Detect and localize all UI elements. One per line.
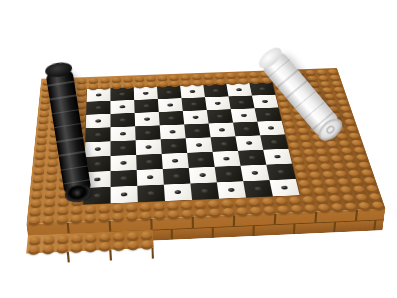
- tile-stud-icon: [120, 161, 126, 165]
- tile-stud-icon: [175, 190, 182, 194]
- rail-stud-icon: [56, 215, 67, 222]
- rail-stud-icon: [38, 117, 48, 123]
- tile-stud-icon: [238, 101, 244, 104]
- tile-stud-icon: [120, 105, 126, 108]
- board-square[interactable]: [164, 183, 192, 200]
- rail-stud-icon: [331, 81, 341, 86]
- tile-stud-icon: [171, 144, 177, 148]
- rail-stud-icon: [305, 70, 315, 75]
- rail-stud-icon: [208, 208, 219, 215]
- step-stud-icon: [113, 232, 124, 239]
- rail-stud-icon: [248, 198, 260, 205]
- tile-stud-icon: [221, 142, 227, 146]
- rail-stud-icon: [47, 159, 57, 165]
- rail-stud-icon: [297, 179, 309, 186]
- tile-stud-icon: [219, 128, 225, 131]
- rail-stud-icon: [317, 203, 329, 210]
- tile-stud-icon: [94, 177, 100, 181]
- board-square[interactable]: [203, 84, 228, 97]
- rail-stud-icon: [353, 147, 365, 153]
- rail-stud-icon: [84, 213, 95, 220]
- rail-stud-icon: [98, 213, 109, 220]
- rail-stud-icon: [100, 83, 109, 88]
- tile-stud-icon: [254, 187, 261, 191]
- tile-stud-icon: [172, 159, 178, 163]
- tile-stud-icon: [215, 102, 221, 105]
- rail-stud-icon: [285, 128, 296, 134]
- rail-stud-icon: [154, 210, 165, 217]
- step-stud-icon: [28, 245, 40, 253]
- board-square[interactable]: [135, 112, 160, 126]
- tile-stud-icon: [147, 175, 153, 179]
- rail-stud-icon: [40, 104, 50, 109]
- board-square[interactable]: [205, 96, 231, 110]
- rail-stud-icon: [276, 205, 288, 212]
- black-stack-stud-icon: [73, 190, 83, 198]
- tile-stud-icon: [217, 115, 223, 118]
- rail-stud-icon: [294, 164, 305, 170]
- rail-stud-icon: [167, 210, 178, 217]
- rail-stud-icon: [288, 196, 300, 203]
- checkerboard: [83, 82, 299, 204]
- rail-stud-icon: [261, 197, 273, 204]
- tile-stud-icon: [170, 130, 176, 133]
- rail-stud-icon: [46, 166, 57, 172]
- board-square[interactable]: [207, 109, 233, 123]
- rail-stud-icon: [180, 201, 191, 208]
- rail-stud-icon: [77, 84, 86, 89]
- rail-stud-icon: [339, 105, 350, 110]
- rail-stud-icon: [357, 202, 369, 209]
- rail-stud-icon: [85, 205, 96, 212]
- board-square[interactable]: [85, 127, 110, 142]
- rail-stud-icon: [309, 171, 321, 177]
- rail-stud-icon: [371, 201, 384, 208]
- tile-stud-icon: [96, 93, 101, 96]
- board-square[interactable]: [159, 111, 184, 125]
- rail-stud-icon: [28, 216, 39, 223]
- rail-stud-icon: [180, 74, 189, 79]
- rail-stud-icon: [77, 78, 86, 83]
- rail-stud-icon: [288, 142, 299, 148]
- tile-stud-icon: [146, 160, 152, 164]
- rail-stud-icon: [319, 163, 331, 169]
- rail-stud-icon: [328, 148, 339, 154]
- board-square[interactable]: [111, 186, 138, 204]
- board-square[interactable]: [228, 96, 254, 110]
- tile-stud-icon: [173, 174, 179, 178]
- rail-stud-icon: [222, 207, 234, 214]
- rail-stud-icon: [71, 206, 82, 213]
- rail-stud-icon: [313, 187, 325, 194]
- board-square[interactable]: [163, 168, 191, 185]
- board-square[interactable]: [270, 179, 300, 196]
- rail-stud-icon: [355, 154, 367, 160]
- board-square[interactable]: [233, 122, 260, 137]
- board-square[interactable]: [111, 155, 137, 171]
- rail-stud-icon: [45, 182, 56, 189]
- rail-stud-icon: [112, 77, 121, 82]
- rail-stud-icon: [248, 72, 258, 77]
- rail-stud-icon: [146, 75, 155, 80]
- tile-stud-icon: [120, 118, 126, 121]
- board-square[interactable]: [86, 114, 111, 128]
- rail-stud-icon: [237, 72, 247, 77]
- tile-stud-icon: [201, 189, 208, 193]
- rail-stud-icon: [343, 154, 355, 160]
- step-stud-icon: [127, 231, 138, 238]
- rail-stud-icon: [238, 78, 248, 83]
- rail-stud-icon: [169, 75, 178, 80]
- tile-stud-icon: [259, 87, 265, 90]
- rail-stud-icon: [112, 83, 121, 88]
- tile-stud-icon: [119, 93, 124, 96]
- step-stud-icon: [85, 242, 96, 250]
- tile-stud-icon: [166, 91, 172, 94]
- rail-stud-icon: [301, 196, 313, 203]
- board-square[interactable]: [181, 97, 206, 111]
- rail-stud-icon: [332, 162, 344, 168]
- board-square[interactable]: [235, 135, 263, 150]
- step-stud-icon: [99, 242, 110, 250]
- tile-stud-icon: [198, 158, 204, 162]
- rail-stud-icon: [89, 77, 98, 82]
- rail-stud-icon: [326, 186, 338, 193]
- rail-stud-icon: [181, 80, 190, 85]
- tile-stud-icon: [274, 155, 281, 159]
- tile-stud-icon: [252, 171, 259, 175]
- white-stack-stud-icon: [325, 124, 336, 135]
- board-square[interactable]: [134, 87, 158, 100]
- rail-stud-icon: [341, 194, 353, 201]
- tile-stud-icon: [144, 104, 150, 107]
- rail-stud-icon: [32, 183, 43, 190]
- rail-stud-icon: [112, 212, 123, 219]
- rail-stud-icon: [326, 140, 337, 146]
- step-stud-icon: [43, 235, 54, 242]
- board-square[interactable]: [110, 87, 134, 100]
- board-square[interactable]: [211, 136, 238, 151]
- tile-stud-icon: [243, 127, 249, 130]
- tile-stud-icon: [146, 145, 152, 149]
- board-square[interactable]: [110, 113, 135, 127]
- rail-stud-icon: [337, 178, 349, 185]
- rail-stud-icon: [44, 198, 55, 205]
- step-stud-icon: [71, 234, 82, 241]
- board-square[interactable]: [180, 85, 205, 98]
- rail-stud-icon: [341, 112, 352, 117]
- rail-stud-icon: [126, 212, 137, 219]
- board-square[interactable]: [136, 154, 163, 170]
- rail-stud-icon: [250, 78, 260, 83]
- rail-stud-icon: [303, 204, 315, 211]
- rail-stud-icon: [282, 114, 293, 119]
- tile-stud-icon: [281, 186, 288, 190]
- rail-stud-icon: [350, 139, 361, 145]
- board-square[interactable]: [189, 167, 217, 184]
- rail-stud-icon: [327, 69, 337, 74]
- tile-stud-icon: [120, 146, 126, 150]
- rail-stud-icon: [34, 159, 45, 165]
- rail-stud-icon: [249, 206, 261, 213]
- board-square[interactable]: [137, 169, 164, 186]
- board-square[interactable]: [158, 98, 183, 112]
- rail-stud-icon: [221, 199, 232, 206]
- board-square[interactable]: [135, 125, 161, 140]
- step-stud-icon: [141, 240, 152, 247]
- rail-stud-icon: [100, 77, 109, 82]
- rail-stud-icon: [146, 81, 155, 86]
- board-square[interactable]: [249, 82, 275, 95]
- tile-stud-icon: [277, 170, 284, 174]
- tile-stud-icon: [145, 131, 151, 134]
- rail-stud-icon: [315, 195, 327, 202]
- scene: [0, 0, 397, 298]
- tile-stud-icon: [95, 133, 101, 136]
- board-square[interactable]: [190, 182, 219, 199]
- rail-stud-icon: [33, 167, 44, 173]
- step-stud-icon: [56, 243, 67, 251]
- tile-stud-icon: [121, 176, 127, 180]
- rail-stud-icon: [275, 197, 287, 204]
- board-square[interactable]: [217, 181, 246, 198]
- rail-stud-icon: [278, 101, 288, 106]
- tile-stud-icon: [268, 126, 274, 129]
- rail-stud-icon: [290, 149, 301, 155]
- rail-stud-icon: [352, 185, 364, 192]
- rail-stud-icon: [292, 156, 303, 162]
- tile-stud-icon: [226, 172, 233, 176]
- tile-stud-icon: [167, 103, 173, 106]
- board-square[interactable]: [213, 151, 241, 167]
- board-square[interactable]: [162, 153, 189, 169]
- rail-stud-icon: [303, 149, 314, 155]
- rail-stud-icon: [181, 209, 192, 216]
- rail-stud-icon: [123, 76, 132, 81]
- tile-stud-icon: [236, 88, 242, 91]
- rail-stud-icon: [33, 175, 44, 181]
- board-square[interactable]: [85, 141, 111, 157]
- rail-stud-icon: [311, 179, 323, 186]
- rail-stud-icon: [324, 178, 336, 185]
- board-square[interactable]: [184, 123, 210, 138]
- rail-stud-icon: [112, 204, 123, 211]
- rail-stud-icon: [363, 177, 375, 184]
- rail-stud-icon: [280, 108, 290, 113]
- step-stud-icon: [85, 233, 96, 240]
- rail-stud-icon: [234, 199, 245, 206]
- rail-stud-icon: [296, 172, 308, 178]
- board-square[interactable]: [252, 95, 278, 109]
- rail-stud-icon: [207, 200, 218, 207]
- tile-stud-icon: [95, 119, 101, 122]
- rail-stud-icon: [337, 99, 348, 104]
- rail-stud-icon: [335, 93, 346, 98]
- rail-stud-icon: [318, 75, 328, 80]
- board-square[interactable]: [137, 185, 165, 203]
- tile-stud-icon: [121, 192, 127, 196]
- rail-stud-icon: [226, 72, 236, 77]
- board-square[interactable]: [238, 150, 266, 166]
- board-square[interactable]: [257, 121, 285, 136]
- rail-stud-icon: [344, 202, 356, 209]
- rail-stud-icon: [236, 207, 248, 214]
- tile-stud-icon: [271, 140, 278, 144]
- rail-stud-icon: [29, 207, 40, 214]
- rail-stud-icon: [76, 96, 85, 101]
- board-square[interactable]: [260, 134, 288, 149]
- rail-stud-icon: [126, 203, 137, 210]
- board-square[interactable]: [134, 99, 159, 113]
- board-square[interactable]: [86, 101, 110, 115]
- rail-stud-icon: [316, 69, 326, 74]
- board-square[interactable]: [243, 180, 273, 197]
- rail-stud-icon: [48, 151, 58, 157]
- tile-stud-icon: [144, 117, 150, 120]
- rail-stud-icon: [195, 209, 206, 216]
- tile-stud-icon: [193, 116, 199, 119]
- rail-stud-icon: [157, 75, 166, 80]
- rail-stud-icon: [158, 81, 167, 86]
- board-square[interactable]: [110, 100, 134, 114]
- rail-stud-icon: [169, 80, 178, 85]
- rail-stud-icon: [348, 132, 359, 138]
- rail-stud-icon: [329, 75, 339, 80]
- step-stud-icon: [29, 236, 40, 243]
- board-square[interactable]: [215, 166, 244, 183]
- rail-stud-icon: [347, 169, 359, 175]
- rail-stud-icon: [37, 131, 47, 137]
- board-square[interactable]: [136, 139, 162, 155]
- rail-stud-icon: [44, 190, 55, 197]
- rail-stud-icon: [306, 75, 316, 80]
- rail-stud-icon: [345, 162, 357, 168]
- tile-stud-icon: [213, 89, 219, 92]
- tile-stud-icon: [241, 114, 247, 117]
- rail-stud-icon: [123, 82, 132, 87]
- tile-stud-icon: [120, 132, 126, 135]
- rail-stud-icon: [368, 193, 380, 200]
- tile-stud-icon: [249, 156, 256, 160]
- rail-stud-icon: [192, 74, 201, 79]
- step-stud-icon: [99, 233, 110, 240]
- board-square[interactable]: [241, 165, 270, 182]
- rail-stud-icon: [301, 141, 312, 147]
- board-square[interactable]: [110, 126, 135, 141]
- board-square[interactable]: [161, 138, 187, 153]
- tile-stud-icon: [228, 188, 235, 192]
- rail-stud-icon: [39, 110, 49, 115]
- rail-stud-icon: [338, 140, 349, 146]
- rail-stud-icon: [355, 193, 367, 200]
- rail-stud-icon: [287, 135, 298, 141]
- step-stud-icon: [113, 241, 124, 248]
- rail-stud-icon: [344, 119, 355, 125]
- step-stud-icon: [127, 240, 138, 247]
- board-square[interactable]: [187, 152, 214, 168]
- tile-stud-icon: [96, 106, 102, 109]
- tile-stud-icon: [95, 147, 101, 151]
- step-stud-icon: [42, 244, 53, 252]
- board-square[interactable]: [111, 140, 137, 156]
- board-square[interactable]: [186, 137, 213, 152]
- rail-stud-icon: [57, 206, 68, 213]
- rail-stud-icon: [192, 80, 201, 85]
- rail-stud-icon: [290, 205, 302, 212]
- rail-stud-icon: [321, 87, 331, 92]
- rail-stud-icon: [320, 81, 330, 86]
- step-stud-icon: [71, 243, 82, 251]
- rail-stud-icon: [215, 79, 225, 84]
- board-square[interactable]: [157, 86, 181, 99]
- tile-stud-icon: [199, 173, 205, 177]
- tile-stud-icon: [168, 117, 174, 120]
- rail-stud-icon: [358, 161, 370, 167]
- rail-stud-icon: [328, 194, 340, 201]
- rail-stud-icon: [70, 214, 81, 221]
- board-square[interactable]: [111, 170, 138, 187]
- rail-stud-icon: [321, 171, 333, 177]
- board-square[interactable]: [255, 107, 282, 121]
- tile-stud-icon: [95, 162, 101, 166]
- rail-stud-icon: [360, 169, 372, 175]
- tile-stud-icon: [265, 113, 271, 116]
- board-square[interactable]: [263, 149, 292, 165]
- board-square[interactable]: [266, 164, 295, 181]
- rail-stud-icon: [98, 204, 109, 211]
- rail-stud-icon: [340, 147, 351, 153]
- step-stud-icon: [57, 235, 68, 242]
- rail-stud-icon: [305, 156, 316, 162]
- rail-stud-icon: [295, 121, 306, 127]
- rail-stud-icon: [36, 138, 46, 144]
- board-square[interactable]: [209, 123, 236, 138]
- board-square[interactable]: [183, 110, 209, 124]
- rail-stud-icon: [330, 155, 342, 161]
- board-square[interactable]: [160, 124, 186, 139]
- rail-stud-icon: [323, 93, 334, 98]
- tile-stud-icon: [196, 143, 202, 147]
- rail-stud-icon: [35, 152, 45, 158]
- rail-stud-icon: [42, 215, 53, 222]
- rail-stud-icon: [203, 73, 212, 78]
- board-square[interactable]: [231, 108, 258, 122]
- tile-stud-icon: [190, 90, 196, 93]
- rail-stud-icon: [31, 191, 42, 198]
- rail-stud-icon: [283, 121, 294, 127]
- tile-stud-icon: [246, 141, 252, 145]
- rail-stud-icon: [135, 76, 144, 81]
- board-square[interactable]: [226, 83, 252, 96]
- rail-stud-icon: [313, 141, 324, 147]
- rail-stud-icon: [299, 134, 310, 140]
- rail-stud-icon: [135, 82, 144, 87]
- rail-stud-icon: [307, 163, 318, 169]
- rail-stud-icon: [263, 206, 275, 213]
- rail-stud-icon: [227, 78, 237, 83]
- tile-stud-icon: [94, 194, 100, 198]
- rail-stud-icon: [43, 207, 54, 214]
- rail-stud-icon: [36, 145, 46, 151]
- tile-stud-icon: [223, 157, 229, 161]
- rail-stud-icon: [30, 199, 41, 206]
- rail-stud-icon: [214, 73, 223, 78]
- board-square[interactable]: [87, 88, 111, 101]
- rail-stud-icon: [339, 186, 351, 193]
- tile-stud-icon: [191, 103, 197, 106]
- rail-stud-icon: [46, 174, 57, 180]
- rail-stud-icon: [334, 170, 346, 176]
